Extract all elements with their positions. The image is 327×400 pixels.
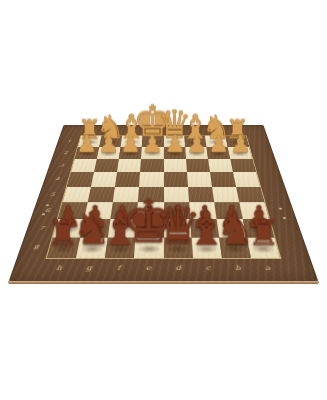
piece-shadow [186,139,204,144]
piece-shadow [222,244,248,254]
square-a3 [230,159,256,172]
piece-shadow [123,139,141,144]
piece-shadow [230,151,250,157]
square-d3 [164,159,187,172]
square-e4 [139,172,163,186]
piece-shadow [187,151,206,157]
square-b8: ♞ [219,238,251,259]
square-d2: ♟ [164,147,186,159]
square-d4 [164,172,188,186]
board-front-edge [8,281,319,284]
square-e6 [137,202,163,219]
chess-board: ♜♞♝♚♛♝♞♜♟♟♟♟♟♟♟♟♟♟♟♟♟♟♟♟♜♞♝♚♛♝♞♜ hgfedcb… [9,125,319,282]
square-c7: ♟ [190,219,219,238]
piece-shadow [79,244,105,254]
square-c1: ♝ [184,136,206,147]
piece-shadow [77,151,97,157]
square-b1: ♞ [205,136,228,147]
piece-shadow [102,139,121,144]
square-g5 [88,187,115,202]
square-f8: ♝ [105,238,136,259]
file-label-f: f [103,264,134,273]
square-h5 [63,187,91,202]
square-f2: ♟ [119,147,142,159]
file-label-c: c [193,264,224,273]
chessboard-scene: ♜♞♝♚♛♝♞♜♟♟♟♟♟♟♟♟♟♟♟♟♟♟♟♟♜♞♝♚♛♝♞♜ hgfedcb… [0,0,327,400]
piece-shadow [121,151,140,157]
square-g1: ♞ [99,136,122,147]
brass-dot [42,213,46,215]
piece-shadow [143,151,162,157]
brass-dot [283,217,287,219]
piece-shadow [166,225,189,234]
product-photo: ♜♞♝♚♛♝♞♜♟♟♟♟♟♟♟♟♟♟♟♟♟♟♟♟♜♞♝♚♛♝♞♜ hgfedcb… [0,0,327,400]
square-a6 [239,202,269,219]
piece-shadow [246,225,271,234]
square-g4 [91,172,117,186]
rank-label-7: 7 [32,224,52,232]
square-g2: ♟ [97,147,121,159]
square-a4 [233,172,260,186]
square-e7: ♟ [136,219,164,238]
square-h3 [71,159,97,172]
file-label-g: g [73,264,104,273]
piece-shadow [99,151,118,157]
piece-shadow [56,225,81,234]
square-h7: ♟ [53,219,85,238]
square-a1: ♜ [225,136,249,147]
board-grid: ♜♞♝♚♛♝♞♜♟♟♟♟♟♟♟♟♟♟♟♟♟♟♟♟♜♞♝♚♛♝♞♜ [47,136,280,258]
square-g6 [84,202,113,219]
piece-shadow [208,151,227,157]
square-g7: ♟ [80,219,110,238]
square-b3 [208,159,233,172]
square-d8: ♛ [164,238,193,259]
piece-shadow [165,151,184,157]
square-d6 [164,202,190,219]
rank-label-3: 3 [53,163,70,168]
square-c3 [186,159,210,172]
rank-label-4: 4 [48,176,66,182]
square-f1: ♝ [121,136,143,147]
square-h8: ♜ [47,238,80,259]
brass-dot [279,208,283,210]
square-g3 [94,159,119,172]
square-h4 [67,172,94,186]
piece-shadow [84,225,108,234]
square-c5 [188,187,214,202]
rank-label-8: 8 [25,243,46,252]
piece-shadow [166,244,190,254]
square-e3 [140,159,163,172]
square-g8: ♞ [76,238,108,259]
square-h2: ♟ [75,147,100,159]
piece-shadow [192,225,216,234]
file-label-d: d [164,264,194,273]
square-b2: ♟ [206,147,230,159]
piece-shadow [250,244,276,254]
square-e5 [138,187,163,202]
rank-label-5: 5 [43,191,61,197]
piece-shadow [111,225,135,234]
piece-shadow [207,139,226,144]
piece-shadow [137,244,161,254]
file-label-b: b [223,264,254,273]
square-b4 [210,172,236,186]
piece-shadow [80,139,99,144]
square-d7: ♟ [164,219,192,238]
square-f4 [115,172,140,186]
file-label-e: e [133,264,163,273]
rank-label-2: 2 [57,150,73,155]
rank-label-1: 1 [61,139,76,144]
piece-shadow [219,225,243,234]
rank-label-6: 6 [38,207,57,214]
piece-shadow [51,244,77,254]
square-a7: ♟ [243,219,275,238]
square-b6 [214,202,243,219]
square-f6 [111,202,139,219]
square-h1: ♜ [78,136,102,147]
piece-shadow [144,139,162,144]
file-label-a: a [252,264,284,273]
square-d5 [164,187,189,202]
square-b5 [212,187,239,202]
square-h6 [58,202,88,219]
piece-shadow [138,225,161,234]
square-d1: ♛ [164,136,185,147]
square-c8: ♝ [191,238,222,259]
square-c6 [189,202,217,219]
square-b7: ♟ [216,219,246,238]
piece-shadow [194,244,219,254]
square-a5 [236,187,264,202]
square-e8: ♚ [134,238,163,259]
file-label-h: h [43,264,75,273]
square-a2: ♟ [228,147,253,159]
square-f5 [113,187,139,202]
square-f7: ♟ [108,219,137,238]
square-e2: ♟ [141,147,163,159]
square-c2: ♟ [185,147,208,159]
piece-shadow [165,139,183,144]
square-c4 [187,172,212,186]
square-f3 [117,159,141,172]
piece-shadow [228,139,247,144]
piece-shadow [108,244,133,254]
square-a8: ♜ [247,238,280,259]
square-e1: ♚ [142,136,163,147]
